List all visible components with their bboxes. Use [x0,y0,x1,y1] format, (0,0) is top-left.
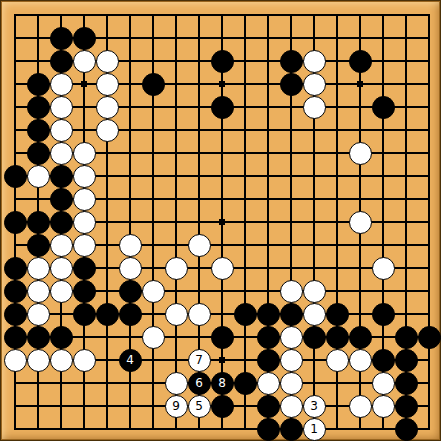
stone-white [73,188,96,211]
grid-line-vertical [244,14,246,430]
stone-black [4,280,27,303]
stone-black [395,349,418,372]
stone-black [50,165,73,188]
stone-black [211,326,234,349]
move-5-stone-white: 5 [188,395,211,418]
move-6-stone-black: 6 [188,372,211,395]
stone-black [234,303,257,326]
stone-black [395,326,418,349]
board-frame: 47689531 [0,0,441,441]
stone-white [73,165,96,188]
stone-black [50,50,73,73]
move-7-stone-white: 7 [188,349,211,372]
stone-black [257,349,280,372]
stone-white [280,372,303,395]
stone-white [27,303,50,326]
stone-black [395,372,418,395]
stone-white [165,257,188,280]
stone-white [165,303,188,326]
stone-white [50,234,73,257]
stone-black [27,326,50,349]
stone-white [96,50,119,73]
stone-white [96,73,119,96]
stone-white [349,395,372,418]
stone-white [280,395,303,418]
stone-black [326,326,349,349]
star-point [219,81,225,87]
stone-black [27,119,50,142]
stone-white [303,280,326,303]
star-point [219,357,225,363]
stone-black [372,96,395,119]
stone-black [395,395,418,418]
stone-white [280,326,303,349]
stone-white [50,142,73,165]
stone-black [27,211,50,234]
stone-white [73,142,96,165]
stone-white [50,349,73,372]
stone-white [73,211,96,234]
stone-white [303,303,326,326]
stone-black [211,50,234,73]
stone-white [303,50,326,73]
move-4-stone-black: 4 [119,349,142,372]
stone-black [280,73,303,96]
stone-black [372,349,395,372]
stone-black [73,27,96,50]
stone-white [188,303,211,326]
stone-white [349,211,372,234]
stone-black [27,142,50,165]
go-board: 47689531 [0,0,441,441]
stone-white [50,280,73,303]
stone-white [280,280,303,303]
stone-black [349,326,372,349]
stone-black [119,280,142,303]
stone-white [50,257,73,280]
stone-white [73,50,96,73]
stone-black [119,303,142,326]
grid-line-horizontal [14,428,430,430]
move-9-stone-white: 9 [165,395,188,418]
stone-black [4,257,27,280]
stone-white [257,372,280,395]
stone-black [96,303,119,326]
stone-black [326,303,349,326]
stone-black [280,418,303,441]
stone-white [303,96,326,119]
stone-white [142,280,165,303]
stone-black [4,165,27,188]
grid-line-vertical [428,14,430,430]
stone-white [211,257,234,280]
stone-black [50,326,73,349]
stone-black [142,73,165,96]
stone-white [372,372,395,395]
stone-black [73,303,96,326]
move-8-stone-black: 8 [211,372,234,395]
stone-black [27,234,50,257]
stone-white [119,234,142,257]
stone-black [4,211,27,234]
stone-white [50,73,73,96]
move-1-stone-white: 1 [303,418,326,441]
star-point [357,81,363,87]
stone-white [303,73,326,96]
stone-black [257,395,280,418]
stone-black [73,280,96,303]
stone-white [4,349,27,372]
star-point [81,81,87,87]
stone-black [50,27,73,50]
stone-white [188,234,211,257]
stone-black [50,188,73,211]
stone-white [73,234,96,257]
stone-white [165,372,188,395]
stone-black [257,418,280,441]
stone-black [257,303,280,326]
stone-white [326,349,349,372]
stone-black [280,303,303,326]
stone-black [50,211,73,234]
stone-white [73,349,96,372]
stone-black [4,303,27,326]
stone-white [349,142,372,165]
stone-white [50,119,73,142]
stone-black [418,326,441,349]
stone-white [142,326,165,349]
stone-white [372,257,395,280]
stone-black [73,257,96,280]
stone-white [280,349,303,372]
star-point [219,219,225,225]
stone-black [234,372,257,395]
stone-black [4,326,27,349]
stone-white [27,165,50,188]
stone-black [395,418,418,441]
move-3-stone-white: 3 [303,395,326,418]
stone-white [96,96,119,119]
stone-black [27,96,50,119]
stone-black [372,303,395,326]
stone-white [349,349,372,372]
stone-white [27,257,50,280]
stone-black [211,395,234,418]
stone-black [257,326,280,349]
stone-black [211,96,234,119]
stone-white [119,257,142,280]
stone-black [303,326,326,349]
stone-white [372,395,395,418]
stone-black [27,73,50,96]
stone-white [96,119,119,142]
stone-black [280,50,303,73]
stone-black [349,50,372,73]
stone-white [27,349,50,372]
stone-white [27,280,50,303]
stone-white [50,96,73,119]
